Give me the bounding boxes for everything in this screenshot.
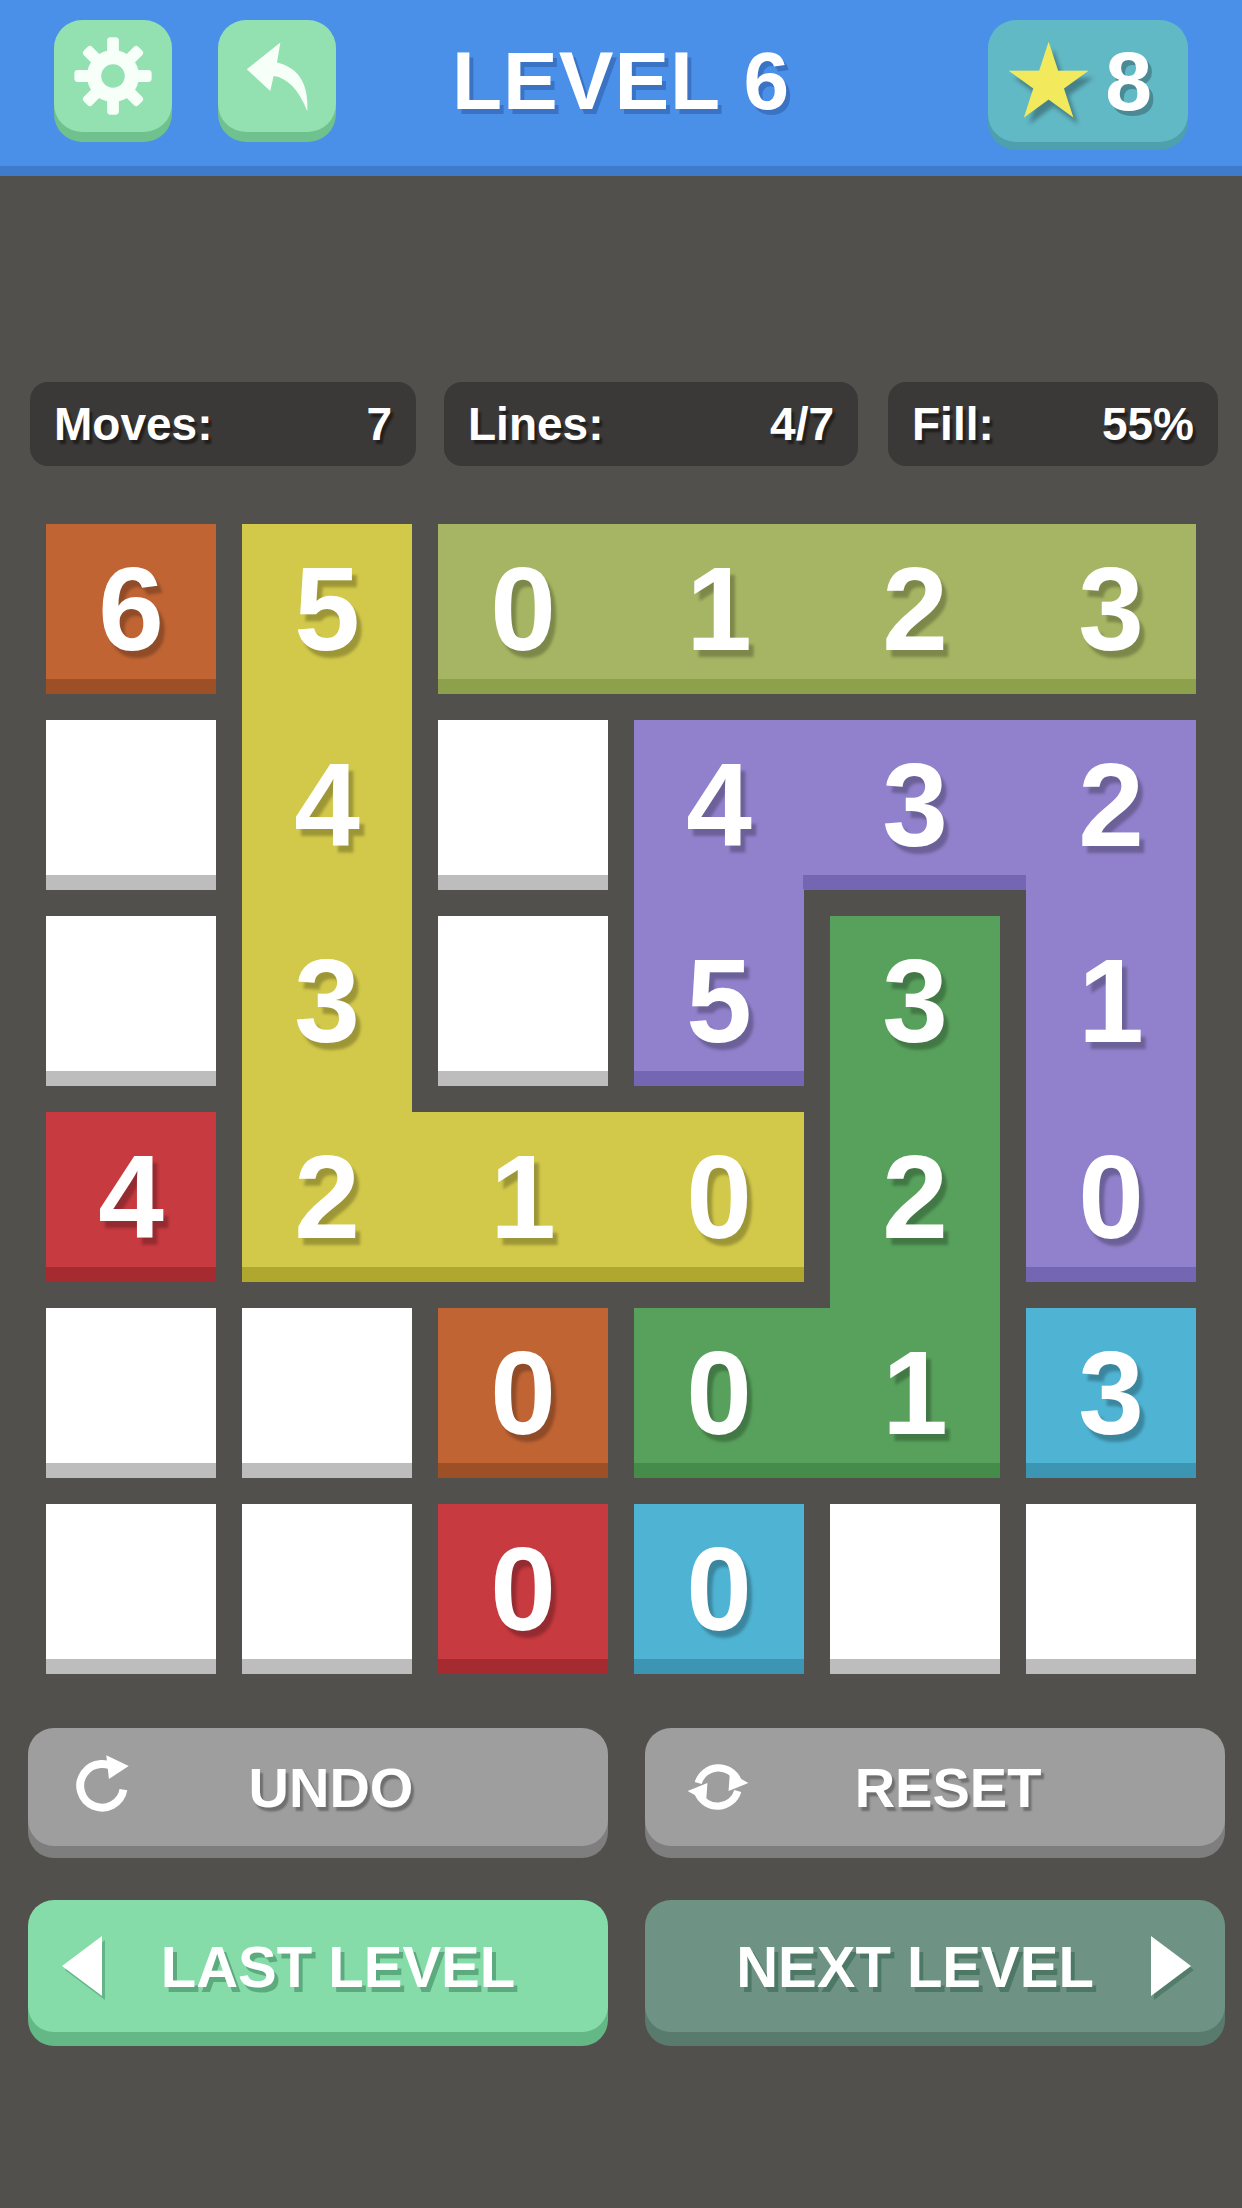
path-bridge-down [242,693,412,721]
cell-r1c4[interactable]: 1 [634,524,804,694]
cell-number: 5 [242,524,412,694]
cell-r1c1[interactable]: 6 [46,524,216,694]
cell-bottom-edge [46,1463,216,1478]
cell-bottom-edge [438,875,608,890]
cell-r3c1[interactable] [46,916,216,1086]
cell-r5c1[interactable] [46,1308,216,1478]
path-bridge-down [830,1281,1000,1309]
cell-r2c6[interactable]: 2 [1026,720,1196,890]
cell-r6c3[interactable]: 0 [438,1504,608,1674]
cell-number: 1 [830,1308,1000,1478]
cell-r4c5[interactable]: 2 [830,1112,1000,1282]
cell-number: 3 [830,916,1000,1086]
path-bridge-down [242,889,412,917]
next-level-label: NEXT LEVEL [679,1933,1151,2000]
moves-value: 7 [366,397,392,451]
fill-counter: Fill: 55% [888,382,1218,466]
cell-r5c5[interactable]: 1 [830,1308,1000,1478]
cell-r5c2[interactable] [242,1308,412,1478]
cell-number: 5 [634,916,804,1086]
moves-label: Moves: [54,397,212,451]
left-triangle-icon [62,1936,102,1996]
cell-r2c1[interactable] [46,720,216,890]
cell-bottom-edge [830,1659,1000,1674]
path-bridge-right [803,1308,831,1478]
cell-r1c3[interactable]: 0 [438,524,608,694]
star-icon: ★ [1002,31,1095,131]
circular-arrow-icon [68,1754,134,1820]
right-triangle-icon [1151,1936,1191,1996]
cell-bottom-edge [242,1463,412,1478]
path-bridge-down [1026,889,1196,917]
cell-number: 2 [1026,720,1196,890]
cell-number: 0 [634,1112,804,1282]
cell-number: 4 [46,1112,216,1282]
cell-number: 2 [830,524,1000,694]
cell-number: 6 [46,524,216,694]
puzzle-board[interactable]: 65012344323531421020001300 [46,524,1196,1674]
cell-bottom-edge [46,1659,216,1674]
cell-number: 4 [242,720,412,890]
undo-label: UNDO [134,1755,528,1820]
cell-r6c5[interactable] [830,1504,1000,1674]
double-circular-arrow-icon [685,1754,751,1820]
cell-number: 3 [830,720,1000,890]
reset-button[interactable]: RESET [645,1728,1225,1846]
path-bridge-right [803,524,831,694]
cell-number: 4 [634,720,804,890]
cell-r2c4[interactable]: 4 [634,720,804,890]
cell-r6c1[interactable] [46,1504,216,1674]
top-bar: LEVEL 6 ★ 8 [0,0,1242,176]
path-bridge-right [411,1112,439,1282]
cell-number: 1 [438,1112,608,1282]
path-bridge-down [1026,1085,1196,1113]
cell-number: 3 [242,916,412,1086]
cell-bottom-edge [46,1071,216,1086]
last-level-button[interactable]: LAST LEVEL [28,1900,608,2032]
cell-number: 1 [1026,916,1196,1086]
star-count: 8 [1105,33,1152,130]
cell-number: 0 [1026,1112,1196,1282]
path-bridge-right [999,524,1027,694]
fill-value: 55% [1102,397,1194,451]
cell-r4c2[interactable]: 2 [242,1112,412,1282]
cell-r3c2[interactable]: 3 [242,916,412,1086]
cell-number: 0 [634,1504,804,1674]
cell-r3c4[interactable]: 5 [634,916,804,1086]
cell-number: 0 [438,1308,608,1478]
cell-r6c6[interactable] [1026,1504,1196,1674]
cell-bottom-edge [242,1659,412,1674]
cell-number: 0 [634,1308,804,1478]
path-bridge-right [999,720,1027,890]
moves-counter: Moves: 7 [30,382,416,466]
last-level-label: LAST LEVEL [102,1933,574,2000]
path-bridge-down [830,1085,1000,1113]
cell-r2c5[interactable]: 3 [830,720,1000,890]
path-bridge-right [803,720,831,890]
reset-label: RESET [751,1755,1145,1820]
cell-bottom-edge [46,875,216,890]
cell-r4c1[interactable]: 4 [46,1112,216,1282]
path-bridge-right [607,1112,635,1282]
cell-r1c6[interactable]: 3 [1026,524,1196,694]
lines-counter: Lines: 4/7 [444,382,858,466]
cell-r4c4[interactable]: 0 [634,1112,804,1282]
cell-number: 0 [438,1504,608,1674]
cell-bottom-edge [438,1071,608,1086]
lines-label: Lines: [468,397,603,451]
path-bridge-down [634,889,804,917]
lines-value: 4/7 [770,397,834,451]
cell-number: 2 [830,1112,1000,1282]
next-level-button[interactable]: NEXT LEVEL [645,1900,1225,2032]
cell-r1c5[interactable]: 2 [830,524,1000,694]
cell-number: 3 [1026,1308,1196,1478]
cell-r6c2[interactable] [242,1504,412,1674]
cell-r5c3[interactable]: 0 [438,1308,608,1478]
cell-r5c4[interactable]: 0 [634,1308,804,1478]
star-counter: ★ 8 [988,20,1188,142]
cell-r1c2[interactable]: 5 [242,524,412,694]
cell-r3c6[interactable]: 1 [1026,916,1196,1086]
cell-r2c2[interactable]: 4 [242,720,412,890]
cell-bottom-edge [1026,1659,1196,1674]
path-bridge-down [242,1085,412,1113]
fill-label: Fill: [912,397,994,451]
undo-button[interactable]: UNDO [28,1728,608,1846]
cell-r4c6[interactable]: 0 [1026,1112,1196,1282]
cell-number: 1 [634,524,804,694]
cell-r4c3[interactable]: 1 [438,1112,608,1282]
cell-number: 3 [1026,524,1196,694]
path-bridge-right [607,524,635,694]
cell-r5c6[interactable]: 3 [1026,1308,1196,1478]
cell-number: 0 [438,524,608,694]
cell-r3c3[interactable] [438,916,608,1086]
cell-r6c4[interactable]: 0 [634,1504,804,1674]
cell-r2c3[interactable] [438,720,608,890]
cell-r3c5[interactable]: 3 [830,916,1000,1086]
cell-number: 2 [242,1112,412,1282]
